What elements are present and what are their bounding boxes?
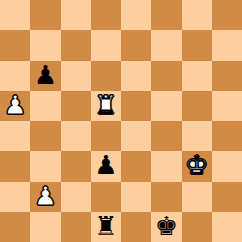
square-b1[interactable] [30, 212, 60, 242]
square-f4[interactable] [151, 121, 181, 151]
square-g4[interactable] [182, 121, 212, 151]
square-e4[interactable] [121, 121, 151, 151]
square-g1[interactable] [182, 212, 212, 242]
square-c8[interactable] [61, 0, 91, 30]
square-b6[interactable]: ♟ [30, 61, 60, 91]
chess-board: ♟♟♜♟♚♟♜♚ [0, 0, 242, 242]
square-g8[interactable] [182, 0, 212, 30]
square-e8[interactable] [121, 0, 151, 30]
square-b3[interactable] [30, 151, 60, 181]
square-h1[interactable] [212, 212, 242, 242]
black-pawn: ♟ [34, 62, 57, 88]
square-d5[interactable]: ♜ [91, 91, 121, 121]
square-f8[interactable] [151, 0, 181, 30]
chess-diagram: ♟♟♜♟♚♟♜♚ [0, 0, 242, 242]
square-f5[interactable] [151, 91, 181, 121]
square-e7[interactable] [121, 30, 151, 60]
square-h4[interactable] [212, 121, 242, 151]
square-d6[interactable] [91, 61, 121, 91]
square-e1[interactable] [121, 212, 151, 242]
square-h5[interactable] [212, 91, 242, 121]
square-h3[interactable] [212, 151, 242, 181]
square-f6[interactable] [151, 61, 181, 91]
square-e5[interactable] [121, 91, 151, 121]
square-g7[interactable] [182, 30, 212, 60]
square-c6[interactable] [61, 61, 91, 91]
square-f3[interactable] [151, 151, 181, 181]
square-a7[interactable] [0, 30, 30, 60]
white-pawn: ♟ [3, 92, 26, 118]
square-g6[interactable] [182, 61, 212, 91]
square-g2[interactable] [182, 182, 212, 212]
black-rook: ♜ [94, 213, 117, 239]
square-a4[interactable] [0, 121, 30, 151]
square-a5[interactable]: ♟ [0, 91, 30, 121]
square-e2[interactable] [121, 182, 151, 212]
square-a2[interactable] [0, 182, 30, 212]
square-a3[interactable] [0, 151, 30, 181]
white-pawn: ♟ [34, 183, 57, 209]
square-b7[interactable] [30, 30, 60, 60]
square-c4[interactable] [61, 121, 91, 151]
square-d3[interactable]: ♟ [91, 151, 121, 181]
square-e3[interactable] [121, 151, 151, 181]
square-d8[interactable] [91, 0, 121, 30]
square-d7[interactable] [91, 30, 121, 60]
black-king: ♚ [155, 213, 178, 239]
white-king: ♚ [185, 152, 208, 178]
square-h7[interactable] [212, 30, 242, 60]
square-b2[interactable]: ♟ [30, 182, 60, 212]
square-g3[interactable]: ♚ [182, 151, 212, 181]
square-f7[interactable] [151, 30, 181, 60]
square-a1[interactable] [0, 212, 30, 242]
square-f2[interactable] [151, 182, 181, 212]
square-c2[interactable] [61, 182, 91, 212]
white-rook: ♜ [94, 92, 117, 118]
square-b8[interactable] [30, 0, 60, 30]
square-d4[interactable] [91, 121, 121, 151]
square-f1[interactable]: ♚ [151, 212, 181, 242]
square-c3[interactable] [61, 151, 91, 181]
square-c1[interactable] [61, 212, 91, 242]
square-c7[interactable] [61, 30, 91, 60]
square-b5[interactable] [30, 91, 60, 121]
square-a6[interactable] [0, 61, 30, 91]
square-a8[interactable] [0, 0, 30, 30]
square-d1[interactable]: ♜ [91, 212, 121, 242]
square-d2[interactable] [91, 182, 121, 212]
square-h8[interactable] [212, 0, 242, 30]
square-h6[interactable] [212, 61, 242, 91]
square-b4[interactable] [30, 121, 60, 151]
black-pawn: ♟ [94, 152, 117, 178]
square-e6[interactable] [121, 61, 151, 91]
square-c5[interactable] [61, 91, 91, 121]
square-g5[interactable] [182, 91, 212, 121]
square-h2[interactable] [212, 182, 242, 212]
